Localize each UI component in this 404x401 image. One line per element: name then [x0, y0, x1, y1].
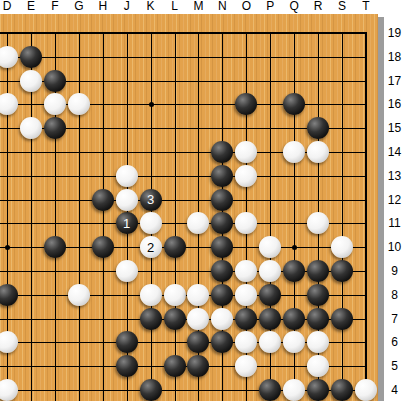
- stone-black-H12[interactable]: [92, 189, 114, 211]
- grid-line-h-13: [0, 176, 367, 177]
- row-label-18: 18: [385, 50, 404, 64]
- column-label-H: H: [98, 0, 107, 14]
- row-label-11: 11: [385, 216, 404, 230]
- grid-line-v-H: [103, 33, 104, 401]
- stone-black-J5[interactable]: [116, 355, 138, 377]
- row-label-4: 4: [385, 383, 404, 397]
- stone-white-L8[interactable]: [164, 284, 186, 306]
- grid-line-v-L: [175, 33, 176, 401]
- stone-black-R9[interactable]: [307, 260, 329, 282]
- stone-white-O13[interactable]: [235, 165, 257, 187]
- row-label-13: 13: [385, 169, 404, 183]
- column-label-L: L: [171, 0, 178, 14]
- stone-white-O8[interactable]: [235, 284, 257, 306]
- column-label-S: S: [338, 0, 346, 14]
- row-label-19: 19: [385, 26, 404, 40]
- grid-line-h-18: [0, 57, 367, 58]
- stone-black-L5[interactable]: [164, 355, 186, 377]
- column-label-O: O: [242, 0, 251, 14]
- stone-black-P8[interactable]: [259, 284, 281, 306]
- column-label-P: P: [266, 0, 274, 14]
- grid-line-v-G: [79, 33, 80, 401]
- stone-white-M7[interactable]: [187, 308, 209, 330]
- stone-white-T4[interactable]: [355, 379, 377, 401]
- stone-black-K4[interactable]: [140, 379, 162, 401]
- stone-black-E18[interactable]: [20, 46, 42, 68]
- stone-white-J13[interactable]: [116, 165, 138, 187]
- grid-line-v-S: [342, 33, 343, 401]
- stone-white-E15[interactable]: [20, 117, 42, 139]
- row-label-16: 16: [385, 97, 404, 111]
- move-number-2: 2: [147, 241, 154, 254]
- column-label-F: F: [51, 0, 58, 14]
- move-number-1: 1: [123, 217, 130, 230]
- stone-black-K7[interactable]: [140, 308, 162, 330]
- stone-black-N12[interactable]: [211, 189, 233, 211]
- row-label-15: 15: [385, 121, 404, 135]
- row-label-14: 14: [385, 145, 404, 159]
- row-label-6: 6: [385, 335, 404, 349]
- stone-white-K11[interactable]: [140, 212, 162, 234]
- stone-white-J9[interactable]: [116, 260, 138, 282]
- row-label-9: 9: [385, 264, 404, 278]
- stone-white-K10[interactable]: 2: [140, 236, 162, 258]
- stone-white-G8[interactable]: [68, 284, 90, 306]
- grid-line-v-T: [365, 33, 367, 401]
- column-label-M: M: [193, 0, 203, 14]
- grid-line-h-12: [0, 200, 367, 201]
- stone-black-O7[interactable]: [235, 308, 257, 330]
- move-number-3: 3: [147, 193, 154, 206]
- stone-black-K12[interactable]: 3: [140, 189, 162, 211]
- stone-black-R7[interactable]: [307, 308, 329, 330]
- stone-white-K8[interactable]: [140, 284, 162, 306]
- row-label-12: 12: [385, 193, 404, 207]
- stone-black-J6[interactable]: [116, 331, 138, 353]
- stone-black-S9[interactable]: [331, 260, 353, 282]
- stone-black-J11[interactable]: 1: [116, 212, 138, 234]
- column-label-J: J: [124, 0, 130, 14]
- column-label-E: E: [27, 0, 35, 14]
- stone-white-R14[interactable]: [307, 141, 329, 163]
- stone-black-F10[interactable]: [44, 236, 66, 258]
- column-label-R: R: [314, 0, 323, 14]
- row-label-10: 10: [385, 240, 404, 254]
- stone-black-P7[interactable]: [259, 308, 281, 330]
- stone-black-S7[interactable]: [331, 308, 353, 330]
- stone-black-L10[interactable]: [164, 236, 186, 258]
- stone-black-S4[interactable]: [331, 379, 353, 401]
- column-label-Q: Q: [290, 0, 299, 14]
- column-label-G: G: [74, 0, 83, 14]
- column-label-N: N: [218, 0, 227, 14]
- stone-white-N7[interactable]: [211, 308, 233, 330]
- stone-black-R4[interactable]: [307, 379, 329, 401]
- go-board-screenshot: 312DEFGHJKLMNOPQRST191817161514131211109…: [0, 0, 404, 401]
- stone-black-L7[interactable]: [164, 308, 186, 330]
- row-label-8: 8: [385, 288, 404, 302]
- stone-white-E17[interactable]: [20, 70, 42, 92]
- column-label-D: D: [3, 0, 12, 14]
- stone-black-Q7[interactable]: [283, 308, 305, 330]
- stone-black-F17[interactable]: [44, 70, 66, 92]
- row-label-7: 7: [385, 312, 404, 326]
- column-label-K: K: [147, 0, 155, 14]
- stone-black-H10[interactable]: [92, 236, 114, 258]
- column-label-T: T: [362, 0, 369, 14]
- stone-white-J12[interactable]: [116, 189, 138, 211]
- row-label-17: 17: [385, 74, 404, 88]
- stone-black-R8[interactable]: [307, 284, 329, 306]
- grid-line-h-19: [0, 32, 367, 34]
- row-label-5: 5: [385, 359, 404, 373]
- stone-black-F15[interactable]: [44, 117, 66, 139]
